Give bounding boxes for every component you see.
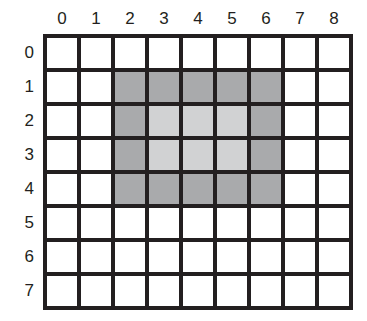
corner-spacer	[6, 4, 43, 34]
cell-r6-c1	[81, 242, 111, 272]
cell-r3-c4	[183, 140, 213, 170]
cell-r0-c4	[183, 38, 213, 68]
cell-r4-c0	[47, 174, 77, 204]
cell-r3-c8	[319, 140, 349, 170]
cell-r1-c5	[217, 72, 247, 102]
cell-r5-c7	[285, 208, 315, 238]
cell-r2-c7	[285, 106, 315, 136]
cell-r0-c1	[81, 38, 111, 68]
col-label-1: 1	[81, 4, 111, 34]
cell-r0-c3	[149, 38, 179, 68]
cell-r0-c2	[115, 38, 145, 68]
cell-r2-c5	[217, 106, 247, 136]
cell-r0-c6	[251, 38, 281, 68]
cell-r0-c0	[47, 38, 77, 68]
cell-r1-c6	[251, 72, 281, 102]
grid-diagram-page: 012345678 01234567	[0, 0, 367, 321]
cell-r4-c8	[319, 174, 349, 204]
cell-r4-c1	[81, 174, 111, 204]
row-label-3: 3	[6, 140, 43, 170]
cell-r5-c8	[319, 208, 349, 238]
cell-r6-c8	[319, 242, 349, 272]
cell-r4-c7	[285, 174, 315, 204]
cell-r7-c8	[319, 276, 349, 306]
cell-r7-c3	[149, 276, 179, 306]
cell-r3-c5	[217, 140, 247, 170]
col-label-3: 3	[149, 4, 179, 34]
cell-r7-c4	[183, 276, 213, 306]
cell-r1-c2	[115, 72, 145, 102]
cell-r4-c2	[115, 174, 145, 204]
cell-r7-c5	[217, 276, 247, 306]
cell-r1-c8	[319, 72, 349, 102]
row-label-0: 0	[6, 38, 43, 68]
row-label-2: 2	[6, 106, 43, 136]
cell-r2-c1	[81, 106, 111, 136]
cell-r7-c0	[47, 276, 77, 306]
cell-r3-c6	[251, 140, 281, 170]
col-label-7: 7	[285, 4, 315, 34]
cell-r0-c8	[319, 38, 349, 68]
cell-r6-c2	[115, 242, 145, 272]
col-label-2: 2	[115, 4, 145, 34]
cell-r4-c4	[183, 174, 213, 204]
cell-r5-c0	[47, 208, 77, 238]
cell-r2-c8	[319, 106, 349, 136]
column-labels: 012345678	[43, 4, 353, 34]
row-label-4: 4	[6, 174, 43, 204]
col-label-4: 4	[183, 4, 213, 34]
cell-r6-c5	[217, 242, 247, 272]
row-label-5: 5	[6, 208, 43, 238]
col-label-0: 0	[47, 4, 77, 34]
cell-r4-c3	[149, 174, 179, 204]
cell-r3-c3	[149, 140, 179, 170]
cell-r1-c1	[81, 72, 111, 102]
cell-r2-c4	[183, 106, 213, 136]
board	[43, 34, 353, 310]
cell-r6-c7	[285, 242, 315, 272]
cell-r5-c1	[81, 208, 111, 238]
cell-r3-c0	[47, 140, 77, 170]
col-label-5: 5	[217, 4, 247, 34]
cell-r3-c7	[285, 140, 315, 170]
row-label-6: 6	[6, 242, 43, 272]
cell-r6-c4	[183, 242, 213, 272]
cell-r4-c6	[251, 174, 281, 204]
cell-r0-c7	[285, 38, 315, 68]
cell-r2-c6	[251, 106, 281, 136]
cell-r4-c5	[217, 174, 247, 204]
cell-r7-c6	[251, 276, 281, 306]
col-label-8: 8	[319, 4, 349, 34]
cell-r7-c7	[285, 276, 315, 306]
cell-r6-c3	[149, 242, 179, 272]
cell-r5-c6	[251, 208, 281, 238]
cell-r1-c7	[285, 72, 315, 102]
cell-r6-c0	[47, 242, 77, 272]
col-label-6: 6	[251, 4, 281, 34]
grid-diagram: 012345678 01234567	[6, 4, 353, 310]
row-label-7: 7	[6, 276, 43, 306]
cell-r1-c3	[149, 72, 179, 102]
cell-r3-c2	[115, 140, 145, 170]
cell-r5-c3	[149, 208, 179, 238]
cell-r7-c2	[115, 276, 145, 306]
cell-r1-c0	[47, 72, 77, 102]
row-label-1: 1	[6, 72, 43, 102]
cell-r2-c2	[115, 106, 145, 136]
cell-r0-c5	[217, 38, 247, 68]
cell-r2-c0	[47, 106, 77, 136]
row-labels: 01234567	[6, 34, 43, 310]
cell-r7-c1	[81, 276, 111, 306]
cell-r2-c3	[149, 106, 179, 136]
cell-r6-c6	[251, 242, 281, 272]
cell-r1-c4	[183, 72, 213, 102]
cell-r5-c5	[217, 208, 247, 238]
cell-r3-c1	[81, 140, 111, 170]
cell-r5-c4	[183, 208, 213, 238]
cell-r5-c2	[115, 208, 145, 238]
